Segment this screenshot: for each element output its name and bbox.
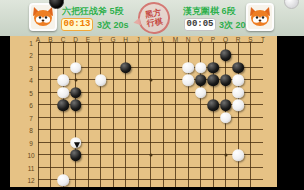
col-label-M: M [173, 35, 178, 42]
white-stone-C12 [57, 174, 69, 186]
row-label-7: 7 [29, 114, 33, 121]
seal-pointer-icon [133, 17, 141, 26]
col-label-F: F [99, 35, 103, 42]
row-label-3: 3 [29, 64, 33, 71]
go-board[interactable]: ABCDEFGHJKLMNOPQRST123456789101112 [10, 36, 277, 187]
white-stone-O5 [195, 87, 207, 99]
right-player-name-text: 漢克圍棋 [183, 6, 219, 16]
col-label-S: S [248, 35, 252, 42]
row-label-11: 11 [28, 164, 35, 171]
white-stone-C5 [57, 87, 69, 99]
white-stone-C4 [57, 74, 69, 86]
left-player-clock: 00:13 [61, 18, 93, 31]
row-label-10: 10 [27, 152, 34, 159]
row-label-8: 8 [29, 127, 33, 134]
right-player-clock: 00:05 [184, 18, 216, 31]
col-label-L: L [161, 35, 165, 42]
col-label-R: R [236, 35, 241, 42]
fox-avatar-icon [31, 5, 55, 29]
row-label-12: 12 [27, 177, 34, 184]
white-stone-R5 [232, 87, 244, 99]
star-point-K4 [149, 79, 152, 82]
col-label-J: J [136, 35, 139, 42]
star-point-D4 [74, 79, 77, 82]
col-label-H: H [123, 35, 128, 42]
black-stone-D5 [70, 87, 82, 99]
col-label-C: C [61, 35, 66, 42]
black-stone-H3 [120, 62, 132, 74]
white-stone-R10 [232, 149, 244, 161]
star-point-K10 [149, 154, 152, 157]
col-label-K: K [148, 35, 152, 42]
black-stone-P4 [207, 74, 219, 86]
black-stone-P6 [207, 99, 219, 111]
left-player-rank: 5段 [110, 6, 124, 16]
white-stone-O3 [195, 62, 207, 74]
row-label-4: 4 [29, 77, 33, 84]
col-label-T: T [261, 35, 265, 42]
last-move-marker [74, 142, 80, 148]
turn-indicator-seal: 黑方 行棋 [135, 0, 172, 37]
row-label-1: 1 [29, 39, 33, 46]
white-stone-Q7 [220, 112, 232, 124]
left-player-byoyomi: 3次 20s [97, 19, 129, 32]
col-label-G: G [110, 35, 115, 42]
white-stone-N4 [182, 74, 194, 86]
white-stone-D3 [70, 62, 82, 74]
black-stone-Q2 [220, 49, 232, 61]
row-label-9: 9 [29, 139, 33, 146]
top-bar: 六把狂战斧 5段 00:13 3次 20s 黑方 行棋 漢克圍棋 6段 00:0… [0, 0, 304, 36]
col-label-P: P [211, 35, 215, 42]
right-player-name: 漢克圍棋 6段 [183, 5, 236, 18]
left-player-name-text: 六把狂战斧 [62, 6, 107, 16]
row-label-5: 5 [29, 89, 33, 96]
black-stone-Q6 [220, 99, 232, 111]
black-stone-P3 [207, 62, 219, 74]
col-label-O: O [198, 35, 203, 42]
fox-avatar-icon [248, 5, 272, 29]
black-stone-O4 [195, 74, 207, 86]
black-stone-Q4 [220, 74, 232, 86]
white-stone-F4 [95, 74, 107, 86]
col-label-E: E [86, 35, 90, 42]
col-label-A: A [36, 35, 40, 42]
black-stone-D6 [70, 99, 82, 111]
black-stone-R3 [232, 62, 244, 74]
col-label-D: D [73, 35, 78, 42]
white-stone-R4 [232, 74, 244, 86]
right-player-rank: 6段 [222, 6, 236, 16]
col-label-Q: Q [223, 35, 228, 42]
white-stone-R6 [232, 99, 244, 111]
star-point-Q10 [224, 154, 227, 157]
row-label-2: 2 [29, 52, 33, 59]
col-label-N: N [186, 35, 191, 42]
black-stone-D10 [70, 149, 82, 161]
black-stone-C6 [57, 99, 69, 111]
white-stone-badge-icon [284, 0, 299, 9]
app-frame: { "game": "go", "app_context": "Fox Go s… [0, 0, 304, 190]
col-label-B: B [48, 35, 52, 42]
left-player-name: 六把狂战斧 5段 [62, 5, 124, 18]
right-player-avatar[interactable] [246, 3, 274, 31]
row-label-6: 6 [29, 102, 33, 109]
white-stone-N3 [182, 62, 194, 74]
